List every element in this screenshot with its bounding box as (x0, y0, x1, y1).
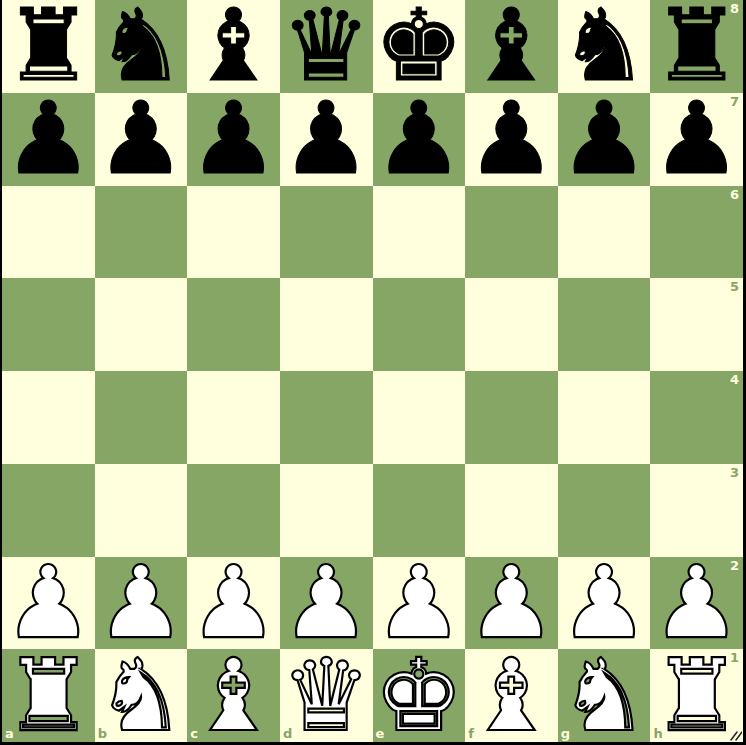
rank-label-2: 2 (730, 559, 739, 572)
file-label-h: h (653, 727, 662, 740)
white-knight[interactable]: ♞ (559, 650, 649, 742)
square-a1[interactable]: ♜a (2, 649, 95, 742)
square-f8[interactable]: ♝ (465, 0, 558, 93)
square-f5[interactable] (465, 278, 558, 371)
square-h2[interactable]: ♟2 (650, 557, 743, 650)
black-knight[interactable]: ♞ (96, 0, 186, 92)
black-bishop[interactable]: ♝ (189, 0, 279, 92)
square-f7[interactable]: ♟ (465, 93, 558, 186)
white-pawn[interactable]: ♟ (467, 557, 557, 649)
white-queen[interactable]: ♛ (281, 650, 371, 742)
square-c8[interactable]: ♝ (187, 0, 280, 93)
square-d4[interactable] (280, 371, 373, 464)
square-a6[interactable] (2, 186, 95, 279)
chess-board: ♜♞♝♛♚♝♞♜8♟♟♟♟♟♟♟♟76543♟♟♟♟♟♟♟♟2♜a♞b♝c♛d♚… (2, 0, 743, 742)
square-f1[interactable]: ♝f (465, 649, 558, 742)
square-g1[interactable]: ♞g (558, 649, 651, 742)
white-bishop[interactable]: ♝ (467, 650, 557, 742)
rank-label-6: 6 (730, 188, 739, 201)
chess-board-stage: ♜♞♝♛♚♝♞♜8♟♟♟♟♟♟♟♟76543♟♟♟♟♟♟♟♟2♜a♞b♝c♛d♚… (0, 0, 746, 745)
square-g5[interactable] (558, 278, 651, 371)
square-f2[interactable]: ♟ (465, 557, 558, 650)
square-c7[interactable]: ♟ (187, 93, 280, 186)
square-g4[interactable] (558, 371, 651, 464)
resize-grip-icon[interactable] (729, 728, 742, 741)
square-a2[interactable]: ♟ (2, 557, 95, 650)
square-d2[interactable]: ♟ (280, 557, 373, 650)
file-label-e: e (376, 727, 385, 740)
white-pawn[interactable]: ♟ (3, 557, 93, 649)
square-c1[interactable]: ♝c (187, 649, 280, 742)
black-bishop[interactable]: ♝ (467, 0, 557, 92)
square-h5[interactable]: 5 (650, 278, 743, 371)
square-b2[interactable]: ♟ (95, 557, 188, 650)
rank-label-7: 7 (730, 95, 739, 108)
file-label-d: d (283, 727, 292, 740)
square-h4[interactable]: 4 (650, 371, 743, 464)
rank-label-3: 3 (730, 466, 739, 479)
black-pawn[interactable]: ♟ (652, 93, 742, 185)
square-e6[interactable] (373, 186, 466, 279)
file-label-g: g (561, 727, 570, 740)
white-knight[interactable]: ♞ (96, 650, 186, 742)
file-label-c: c (190, 727, 198, 740)
black-pawn[interactable]: ♟ (281, 93, 371, 185)
black-pawn[interactable]: ♟ (467, 93, 557, 185)
black-rook[interactable]: ♜ (652, 0, 742, 92)
square-a4[interactable] (2, 371, 95, 464)
square-a5[interactable] (2, 278, 95, 371)
black-pawn[interactable]: ♟ (96, 93, 186, 185)
white-pawn[interactable]: ♟ (281, 557, 371, 649)
white-pawn[interactable]: ♟ (559, 557, 649, 649)
square-e8[interactable]: ♚ (373, 0, 466, 93)
square-g3[interactable] (558, 464, 651, 557)
square-e7[interactable]: ♟ (373, 93, 466, 186)
square-d3[interactable] (280, 464, 373, 557)
square-g8[interactable]: ♞ (558, 0, 651, 93)
square-g2[interactable]: ♟ (558, 557, 651, 650)
white-pawn[interactable]: ♟ (189, 557, 279, 649)
square-e5[interactable] (373, 278, 466, 371)
file-label-a: a (5, 727, 14, 740)
white-pawn[interactable]: ♟ (652, 557, 742, 649)
square-a3[interactable] (2, 464, 95, 557)
square-h6[interactable]: 6 (650, 186, 743, 279)
square-e4[interactable] (373, 371, 466, 464)
black-knight[interactable]: ♞ (559, 0, 649, 92)
black-pawn[interactable]: ♟ (374, 93, 464, 185)
white-pawn[interactable]: ♟ (374, 557, 464, 649)
square-b3[interactable] (95, 464, 188, 557)
white-king[interactable]: ♚ (374, 650, 464, 742)
rank-label-1: 1 (730, 651, 739, 664)
square-c3[interactable] (187, 464, 280, 557)
square-b1[interactable]: ♞b (95, 649, 188, 742)
square-f6[interactable] (465, 186, 558, 279)
square-a7[interactable]: ♟ (2, 93, 95, 186)
square-d6[interactable] (280, 186, 373, 279)
square-b8[interactable]: ♞ (95, 0, 188, 93)
square-e1[interactable]: ♚e (373, 649, 466, 742)
square-f4[interactable] (465, 371, 558, 464)
square-b4[interactable] (95, 371, 188, 464)
square-c4[interactable] (187, 371, 280, 464)
black-queen[interactable]: ♛ (281, 0, 371, 92)
square-d1[interactable]: ♛d (280, 649, 373, 742)
square-d7[interactable]: ♟ (280, 93, 373, 186)
square-g7[interactable]: ♟ (558, 93, 651, 186)
white-rook[interactable]: ♜ (3, 650, 93, 742)
file-label-b: b (98, 727, 107, 740)
rank-label-4: 4 (730, 373, 739, 386)
black-pawn[interactable]: ♟ (3, 93, 93, 185)
square-b5[interactable] (95, 278, 188, 371)
black-pawn[interactable]: ♟ (189, 93, 279, 185)
square-b7[interactable]: ♟ (95, 93, 188, 186)
black-pawn[interactable]: ♟ (559, 93, 649, 185)
square-e3[interactable] (373, 464, 466, 557)
file-label-f: f (468, 727, 474, 740)
rank-label-5: 5 (730, 280, 739, 293)
square-h7[interactable]: ♟7 (650, 93, 743, 186)
white-bishop[interactable]: ♝ (189, 650, 279, 742)
black-rook[interactable]: ♜ (3, 0, 93, 92)
square-f3[interactable] (465, 464, 558, 557)
square-d8[interactable]: ♛ (280, 0, 373, 93)
square-b6[interactable] (95, 186, 188, 279)
square-h8[interactable]: ♜8 (650, 0, 743, 93)
rank-label-8: 8 (730, 2, 739, 15)
square-a8[interactable]: ♜ (2, 0, 95, 93)
black-king[interactable]: ♚ (374, 0, 464, 92)
square-c6[interactable] (187, 186, 280, 279)
square-h3[interactable]: 3 (650, 464, 743, 557)
square-e2[interactable]: ♟ (373, 557, 466, 650)
square-c5[interactable] (187, 278, 280, 371)
white-pawn[interactable]: ♟ (96, 557, 186, 649)
square-g6[interactable] (558, 186, 651, 279)
square-c2[interactable]: ♟ (187, 557, 280, 650)
square-d5[interactable] (280, 278, 373, 371)
